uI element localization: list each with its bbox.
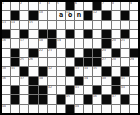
cell-r1c7[interactable]: 5 [57,2,65,10]
cell-r7c4[interactable]: 26 [29,58,37,66]
clue-number: 6 [75,2,77,4]
clue-number: 36 [2,77,6,79]
cell-r8c7[interactable] [57,67,65,75]
cell-r12c1[interactable]: 48 [2,105,10,113]
cell-r2c1[interactable] [2,11,10,19]
cell-r12c13[interactable] [112,105,120,113]
cell-r6c1[interactable] [2,49,10,57]
cell-r7c1[interactable] [2,58,10,66]
black-cell-r8c12 [102,67,110,75]
black-cell-r4c1 [2,30,10,38]
cell-r3c12[interactable] [102,21,110,29]
black-cell-r5c6 [48,39,56,47]
black-cell-r4c5 [39,30,47,38]
cell-r9c15[interactable] [130,77,138,85]
clue-number: 38 [39,77,43,79]
cell-r1c14[interactable] [121,2,129,10]
cell-r9c5[interactable]: 38 [39,77,47,85]
clue-number: 30 [2,67,6,69]
cell-r3c5[interactable] [39,21,47,29]
clue-number: 32 [48,67,52,69]
cell-r3c14[interactable] [121,21,129,29]
black-cell-r10c5 [39,86,47,94]
clue-number: 18 [39,39,43,41]
clue-number: 33 [75,67,79,69]
cell-r1c3[interactable]: 2 [20,2,28,10]
cell-r8c10[interactable]: 34 [84,67,92,75]
clue-number: 47 [112,95,116,97]
black-cell-r2c14 [121,11,129,19]
cell-r11c6[interactable] [48,95,56,103]
black-cell-r7c2 [11,58,19,66]
clue-number: 4 [48,2,50,4]
cell-r2c8[interactable]: 11o [66,11,74,19]
black-cell-r6c10 [84,49,92,57]
clue-number: 20 [112,39,116,41]
cell-r6c6[interactable]: 23 [48,49,56,57]
clue-number: 31 [11,67,15,69]
cell-r4c9[interactable] [75,30,83,38]
cell-r12c2[interactable] [11,105,19,113]
filled-letter: o [67,12,73,18]
cell-r3c3[interactable] [20,21,28,29]
cell-r5c9[interactable] [75,39,83,47]
black-cell-r6c8 [66,49,74,57]
cell-r10c10[interactable] [84,86,92,94]
cell-r9c8[interactable] [66,77,74,85]
cell-r10c12[interactable] [102,86,110,94]
cell-r1c9[interactable]: 6 [75,2,83,10]
cell-r12c5[interactable] [39,105,47,113]
cell-r9c2[interactable] [11,77,19,85]
cell-r4c15[interactable] [130,30,138,38]
cell-r12c4[interactable] [29,105,37,113]
black-cell-r4c3 [20,30,28,38]
cell-r9c3[interactable]: 37 [20,77,28,85]
cell-r2c5[interactable]: 10 [39,11,47,19]
cell-r3c1[interactable]: 13 [2,21,10,29]
clue-number: 29 [130,58,134,60]
cell-r11c8[interactable]: 45 [66,95,74,103]
cell-r5c15[interactable] [130,39,138,47]
cell-r9c6[interactable] [48,77,56,85]
cell-r4c13[interactable] [112,30,120,38]
black-cell-r2c10 [84,11,92,19]
clue-number: 42 [48,86,52,88]
cell-r5c8[interactable] [66,39,74,47]
cell-r8c2[interactable]: 31 [11,67,19,75]
cell-r9c11[interactable] [93,77,101,85]
cell-r10c14[interactable]: 44 [121,86,129,94]
black-cell-r11c14 [121,95,129,103]
clue-number: 23 [48,49,52,51]
clue-number: 1 [2,2,4,4]
cell-r7c7[interactable] [57,58,65,66]
cell-r6c9[interactable] [75,49,83,57]
clue-number: 49 [75,105,79,107]
cell-r6c12[interactable]: 24 [102,49,110,57]
cell-r7c12[interactable]: 27 [102,58,110,66]
black-cell-r2c2 [11,11,19,19]
cell-r10c1[interactable] [2,86,10,94]
black-cell-r4c6 [48,30,56,38]
cell-r4c11[interactable] [93,30,101,38]
filled-letter: n [76,12,82,18]
cell-r12c15[interactable] [130,105,138,113]
clue-number: 19 [57,39,61,41]
clue-number: 40 [102,77,106,79]
cell-r3c9[interactable] [75,21,83,29]
cell-r12c3[interactable] [20,105,28,113]
black-cell-r6c15 [130,49,138,57]
clue-number: 43 [75,86,79,88]
black-cell-r4c12 [102,30,110,38]
cell-r12c7[interactable] [57,105,65,113]
cell-r3c4[interactable]: 15 [29,21,37,29]
black-cell-r5c12 [102,39,110,47]
clue-number: 16 [2,39,6,41]
cell-r9c1[interactable]: 36 [2,77,10,85]
clue-number: 8 [112,2,114,4]
black-cell-r10c8 [66,86,74,94]
cell-r7c5[interactable] [39,58,47,66]
black-cell-r6c2 [11,49,19,57]
cell-r4c7[interactable] [57,30,65,38]
cell-r6c5[interactable]: 22 [39,49,47,57]
cell-r1c4[interactable] [29,2,37,10]
cell-r5c14[interactable]: 21 [121,39,129,47]
black-cell-r10c11 [93,86,101,94]
black-cell-r6c11 [93,49,101,57]
cell-r2c15[interactable] [130,11,138,19]
black-cell-r8c3 [20,67,28,75]
clue-number: 9 [130,2,132,4]
black-cell-r4c10 [84,30,92,38]
clue-number: 17 [20,39,24,41]
cell-r5c11[interactable] [93,39,101,47]
cell-r5c10[interactable] [84,39,92,47]
cell-r11c3[interactable] [20,95,28,103]
black-cell-r6c4 [29,49,37,57]
cell-r1c5[interactable]: 3 [39,2,47,10]
cell-r9c12[interactable]: 40 [102,77,110,85]
black-cell-r1c8 [66,2,74,10]
black-cell-r4c8 [66,30,74,38]
cell-r12c10[interactable] [84,105,92,113]
cell-r7c6[interactable] [48,58,56,66]
clue-number: 13 [2,21,6,23]
cell-r8c11[interactable]: 35 [93,67,101,75]
cell-r5c1[interactable]: 16 [2,39,10,47]
clue-number: 5 [57,2,59,4]
cell-r7c14[interactable] [121,58,129,66]
cell-r8c9[interactable]: 33 [75,67,83,75]
clue-number: 24 [102,49,106,51]
clue-number: 48 [2,105,6,107]
black-cell-r6c13 [112,49,120,57]
clue-number: 39 [84,77,88,79]
cell-r6c3[interactable] [20,49,28,57]
black-cell-r7c11 [93,58,101,66]
cell-r11c13[interactable]: 47 [112,95,120,103]
cell-r1c13[interactable]: 8 [112,2,120,10]
cell-r8c1[interactable]: 30 [2,67,10,75]
crossword-board: 12345678910a11on121314151617181920212223… [0,0,140,115]
cell-r3c15[interactable] [130,21,138,29]
clue-number: 35 [93,67,97,69]
cell-r10c6[interactable]: 42 [48,86,56,94]
black-cell-r10c2 [11,86,19,94]
cell-r1c1[interactable]: 1 [2,2,10,10]
cell-r12c11[interactable] [93,105,101,113]
cell-r7c8[interactable] [66,58,74,66]
cell-r7c3[interactable]: 25 [20,58,28,66]
cell-r10c7[interactable] [57,86,65,94]
cell-r6c14[interactable] [121,49,129,57]
black-cell-r11c5 [39,95,47,103]
cell-r2c13[interactable] [112,11,120,19]
cell-r9c7[interactable] [57,77,65,85]
cell-r1c12[interactable]: 7 [102,2,110,10]
cell-r4c2[interactable] [11,30,19,38]
clue-number: 25 [20,58,24,60]
cell-r1c15[interactable]: 9 [130,2,138,10]
clue-number: 3 [39,2,41,4]
cell-r2c6[interactable] [48,11,56,19]
cell-r7c15[interactable]: 29 [130,58,138,66]
black-cell-r9c13 [112,77,120,85]
cell-r5c13[interactable]: 20 [112,39,120,47]
cell-r2c11[interactable]: 12 [93,11,101,19]
black-cell-r11c2 [11,95,19,103]
cell-r2c7[interactable]: a [57,11,65,19]
black-cell-r2c12 [102,11,110,19]
clue-number: 15 [29,21,33,23]
cell-r9c10[interactable]: 39 [84,77,92,85]
black-cell-r8c8 [66,67,74,75]
black-cell-r11c10 [84,95,92,103]
cell-r6c7[interactable] [57,49,65,57]
cell-r11c15[interactable] [130,95,138,103]
cell-r11c1[interactable] [2,95,10,103]
black-cell-r10c13 [112,86,120,94]
cell-r8c13[interactable] [112,67,120,75]
black-cell-r4c14 [121,30,129,38]
black-cell-r9c9 [75,77,83,85]
cell-r12c12[interactable] [102,105,110,113]
clue-number: 7 [102,2,104,4]
black-cell-r1c11 [93,2,101,10]
cell-r12c14[interactable] [121,105,129,113]
cell-r12c9[interactable]: 49 [75,105,83,113]
cell-r3c8[interactable] [66,21,74,29]
clue-number: 45 [66,95,70,97]
cell-r5c5[interactable]: 18 [39,39,47,47]
cell-r9c14[interactable]: 41 [121,77,129,85]
cell-r3c11[interactable] [93,21,101,29]
black-cell-r7c10 [84,58,92,66]
black-cell-r11c4 [29,95,37,103]
black-cell-r2c4 [29,11,37,19]
filled-letter: a [58,12,64,18]
black-cell-r10c4 [29,86,37,94]
cell-r11c11[interactable]: 46 [93,95,101,103]
cell-r8c4[interactable] [29,67,37,75]
clue-number: 12 [93,11,97,13]
cell-r12c6[interactable] [48,105,56,113]
cell-r2c3[interactable] [20,11,28,19]
cell-r11c9[interactable] [75,95,83,103]
cell-r8c15[interactable] [130,67,138,75]
black-cell-r7c9 [75,58,83,66]
cell-r5c7[interactable]: 19 [57,39,65,47]
cell-r3c7[interactable] [57,21,65,29]
clue-number: 46 [93,95,97,97]
cell-r2c9[interactable]: n [75,11,83,19]
cell-r7c13[interactable]: 28 [112,58,120,66]
cell-r10c15[interactable] [130,86,138,94]
cell-r3c6[interactable] [48,21,56,29]
black-cell-r8c14 [121,67,129,75]
black-cell-r11c7 [57,95,65,103]
cell-r1c6[interactable]: 4 [48,2,56,10]
clue-number: 27 [102,58,106,60]
cell-r3c2[interactable]: 14 [11,21,19,29]
cell-r5c2[interactable] [11,39,19,47]
clue-number: 21 [121,39,125,41]
black-cell-r12c8 [66,105,74,113]
clue-number: 37 [20,77,24,79]
clue-number: 14 [11,21,15,23]
cell-r1c10[interactable] [84,2,92,10]
cell-r5c4[interactable] [29,39,37,47]
clue-number: 26 [29,58,33,60]
clue-number: 28 [112,58,116,60]
clue-number: 44 [121,86,125,88]
black-cell-r8c5 [39,67,47,75]
cell-r10c3[interactable] [20,86,28,94]
clue-number: 34 [84,67,88,69]
clue-number: 10 [39,11,43,13]
cell-r4c4[interactable] [29,30,37,38]
cell-r3c10[interactable] [84,21,92,29]
cell-r8c6[interactable]: 32 [48,67,56,75]
black-cell-r9c4 [29,77,37,85]
cell-r10c9[interactable]: 43 [75,86,83,94]
clue-number: 2 [20,2,22,4]
black-cell-r11c12 [102,95,110,103]
cell-r3c13[interactable] [112,21,120,29]
clue-number: 22 [39,49,43,51]
cell-r1c2[interactable] [11,2,19,10]
cell-r5c3[interactable]: 17 [20,39,28,47]
clue-number: 41 [121,77,125,79]
